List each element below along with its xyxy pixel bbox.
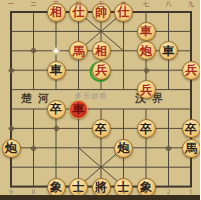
piece-black-卒-2-5[interactable]: 卒	[47, 100, 66, 119]
piece-black-卒-4-6[interactable]: 卒	[92, 119, 111, 138]
piece-red-兵-8-3[interactable]: 兵	[182, 61, 201, 80]
piece-black-炮-0-7[interactable]: 炮	[2, 139, 21, 158]
star-point-marker	[157, 138, 180, 157]
star-point-icon	[7, 67, 14, 74]
cell-3-5: 車	[67, 100, 90, 119]
cell-8-3: 兵	[180, 61, 200, 80]
piece-red-炮-6-2[interactable]: 炮	[137, 41, 156, 60]
star-point-icon	[142, 67, 149, 74]
bottom-bar	[0, 195, 200, 200]
piece-red-馬-3-2[interactable]: 馬	[69, 41, 88, 60]
star-point-icon	[52, 125, 59, 132]
star-point-marker	[0, 61, 22, 80]
star-point-icon	[30, 145, 37, 152]
top-col-label-2: 二	[31, 1, 37, 7]
cell-6-2: 炮	[135, 41, 158, 60]
cell-0-7: 炮	[0, 138, 22, 157]
star-point-icon	[30, 47, 37, 54]
top-col-label-3: 三	[53, 1, 59, 7]
cell-6-6: 卒	[135, 119, 158, 138]
cell-7-2: 車	[157, 41, 180, 60]
cell-4-2: 相	[90, 41, 113, 60]
cell-3-2: 馬	[67, 41, 90, 60]
sparkle-marker	[45, 41, 68, 60]
cell-8-6: 卒	[180, 119, 200, 138]
piece-red-兵-4-3[interactable]: 兵	[92, 61, 111, 80]
cell-2-5: 卒	[45, 100, 68, 119]
piece-red-車-6-1[interactable]: 車	[137, 22, 156, 41]
top-col-label-5: 五	[98, 1, 104, 7]
piece-black-車-7-2[interactable]: 車	[159, 41, 178, 60]
top-col-label-1: 一	[8, 1, 14, 7]
xiangqi-board: 楚河 汉界 多乐游戏 相仕帥仕車馬相炮車車兵兵兵卒車卒卒卒炮炮馬象士將士象 一二…	[0, 0, 200, 200]
top-col-label-4: 四	[76, 1, 82, 7]
piece-red-兵-6-4[interactable]: 兵	[137, 80, 156, 99]
star-point-marker	[45, 119, 68, 138]
cell-4-3: 兵	[90, 61, 113, 80]
cell-6-4: 兵	[135, 80, 158, 99]
star-point-marker	[135, 61, 158, 80]
top-col-label-8: 八	[166, 1, 172, 7]
board-grid: 相仕帥仕車馬相炮車車兵兵兵卒車卒卒卒炮炮馬象士將士象	[0, 2, 200, 197]
star-point-icon	[165, 145, 172, 152]
star-point-marker	[0, 119, 22, 138]
cell-6-1: 車	[135, 22, 158, 41]
cell-4-6: 卒	[90, 119, 113, 138]
piece-red-車-3-5[interactable]: 車	[69, 100, 88, 119]
piece-black-卒-8-6[interactable]: 卒	[182, 119, 201, 138]
piece-red-相-4-2[interactable]: 相	[92, 41, 111, 60]
piece-black-車-2-3[interactable]: 車	[47, 61, 66, 80]
piece-black-馬-8-7[interactable]: 馬	[182, 139, 201, 158]
piece-black-炮-5-7[interactable]: 炮	[114, 139, 133, 158]
cell-5-7: 炮	[112, 138, 135, 157]
star-point-marker	[22, 138, 45, 157]
piece-black-卒-6-6[interactable]: 卒	[137, 119, 156, 138]
star-point-icon	[7, 125, 14, 132]
cell-8-7: 馬	[180, 138, 200, 157]
top-col-label-7: 七	[143, 1, 149, 7]
sparkle-icon	[52, 46, 61, 55]
top-col-label-6: 六	[121, 1, 127, 7]
star-point-marker	[22, 41, 45, 60]
top-col-label-9: 九	[188, 1, 194, 7]
cell-2-3: 車	[45, 61, 68, 80]
